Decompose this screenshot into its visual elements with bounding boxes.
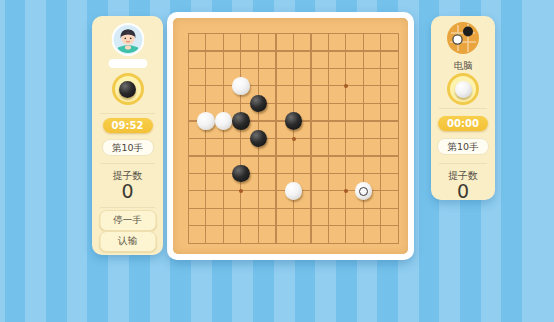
black-stone xyxy=(232,165,250,183)
captures-value: 0 xyxy=(431,180,495,202)
go-board-avatar xyxy=(447,22,479,58)
go-board[interactable] xyxy=(173,18,408,254)
star-point xyxy=(239,189,243,193)
computer-timer: 00:00 xyxy=(438,116,488,131)
star-point xyxy=(292,137,296,141)
go-board-grid[interactable] xyxy=(188,33,399,244)
divider xyxy=(439,163,487,164)
black-stone-icon xyxy=(119,81,136,98)
divider xyxy=(100,207,155,208)
white-stone xyxy=(232,77,250,95)
black-stone xyxy=(232,112,250,130)
player-panel-right: 电脑 00:00 第10手 提子数 0 xyxy=(431,16,495,200)
white-stone xyxy=(215,112,233,130)
white-stone-indicator xyxy=(447,73,479,105)
white-stone-icon xyxy=(455,81,472,98)
star-point xyxy=(344,189,348,193)
move-counter: 第10手 xyxy=(437,138,489,155)
player-timer: 09:52 xyxy=(103,118,153,133)
captures-value: 0 xyxy=(92,180,163,202)
black-stone xyxy=(250,130,268,148)
white-stone xyxy=(197,112,215,130)
pass-button[interactable]: 停一手 xyxy=(99,210,156,231)
resign-button[interactable]: 认输 xyxy=(99,231,156,252)
star-point xyxy=(344,84,348,88)
move-counter: 第10手 xyxy=(102,139,154,156)
black-stone xyxy=(285,112,303,130)
boy-avatar xyxy=(111,23,144,60)
player-panel-left: 09:52 第10手 提子数 0 停一手 认输 xyxy=(92,16,163,255)
go-board-frame xyxy=(167,12,414,260)
computer-name: 电脑 xyxy=(431,60,495,73)
last-move-marker xyxy=(359,187,368,196)
divider xyxy=(100,113,155,114)
divider xyxy=(100,163,155,164)
black-stone xyxy=(250,95,268,113)
white-stone xyxy=(285,182,303,200)
player-name-strip xyxy=(108,59,147,68)
black-stone-indicator xyxy=(112,73,144,105)
divider xyxy=(439,108,487,109)
white-stone xyxy=(355,182,373,200)
